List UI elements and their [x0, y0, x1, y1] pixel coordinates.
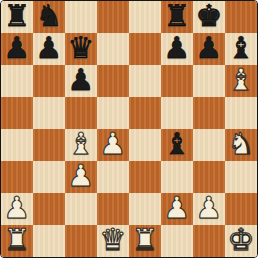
square-c7[interactable]: ♛	[65, 33, 97, 65]
square-f6[interactable]	[161, 65, 193, 97]
chess-board-frame: ♜♞♜♚♟♟♛♟♟♝♟♝♝♟♝♞♟♟♟♟♜♛♜♚	[0, 0, 258, 258]
square-d1[interactable]: ♛	[97, 225, 129, 257]
white-king[interactable]: ♚	[225, 225, 257, 257]
white-knight[interactable]: ♞	[225, 129, 257, 161]
square-b5[interactable]	[33, 97, 65, 129]
square-f7[interactable]: ♟	[161, 33, 193, 65]
square-b6[interactable]	[33, 65, 65, 97]
square-b1[interactable]	[33, 225, 65, 257]
square-h3[interactable]	[225, 161, 257, 193]
square-b8[interactable]: ♞	[33, 1, 65, 33]
square-c3[interactable]: ♟	[65, 161, 97, 193]
white-rook[interactable]: ♜	[1, 225, 33, 257]
square-g2[interactable]: ♟	[193, 193, 225, 225]
square-d2[interactable]	[97, 193, 129, 225]
square-g6[interactable]	[193, 65, 225, 97]
white-pawn[interactable]: ♟	[193, 193, 225, 225]
white-pawn[interactable]: ♟	[161, 193, 193, 225]
black-rook[interactable]: ♜	[1, 1, 33, 33]
square-b3[interactable]	[33, 161, 65, 193]
white-bishop[interactable]: ♝	[225, 65, 257, 97]
black-knight[interactable]: ♞	[33, 1, 65, 33]
square-a3[interactable]	[1, 161, 33, 193]
square-g7[interactable]: ♟	[193, 33, 225, 65]
square-c6[interactable]: ♟	[65, 65, 97, 97]
square-f2[interactable]: ♟	[161, 193, 193, 225]
square-b4[interactable]	[33, 129, 65, 161]
black-pawn[interactable]: ♟	[1, 33, 33, 65]
square-g1[interactable]	[193, 225, 225, 257]
white-pawn[interactable]: ♟	[65, 161, 97, 193]
black-pawn[interactable]: ♟	[193, 33, 225, 65]
square-f3[interactable]	[161, 161, 193, 193]
square-f4[interactable]: ♝	[161, 129, 193, 161]
black-queen[interactable]: ♛	[65, 33, 97, 65]
black-bishop[interactable]: ♝	[225, 33, 257, 65]
square-d8[interactable]	[97, 1, 129, 33]
square-g3[interactable]	[193, 161, 225, 193]
white-queen[interactable]: ♛	[97, 225, 129, 257]
chess-board: ♜♞♜♚♟♟♛♟♟♝♟♝♝♟♝♞♟♟♟♟♜♛♜♚	[1, 1, 257, 257]
square-c8[interactable]	[65, 1, 97, 33]
square-c1[interactable]	[65, 225, 97, 257]
square-h6[interactable]: ♝	[225, 65, 257, 97]
square-h4[interactable]: ♞	[225, 129, 257, 161]
square-c4[interactable]: ♝	[65, 129, 97, 161]
square-h2[interactable]	[225, 193, 257, 225]
square-d5[interactable]	[97, 97, 129, 129]
black-pawn[interactable]: ♟	[161, 33, 193, 65]
square-e4[interactable]	[129, 129, 161, 161]
white-bishop[interactable]: ♝	[65, 129, 97, 161]
square-h7[interactable]: ♝	[225, 33, 257, 65]
square-a4[interactable]	[1, 129, 33, 161]
black-pawn[interactable]: ♟	[65, 65, 97, 97]
square-e1[interactable]: ♜	[129, 225, 161, 257]
square-e8[interactable]	[129, 1, 161, 33]
square-b2[interactable]	[33, 193, 65, 225]
square-e7[interactable]	[129, 33, 161, 65]
black-pawn[interactable]: ♟	[33, 33, 65, 65]
square-c5[interactable]	[65, 97, 97, 129]
square-h8[interactable]	[225, 1, 257, 33]
square-e6[interactable]	[129, 65, 161, 97]
square-g5[interactable]	[193, 97, 225, 129]
square-a2[interactable]: ♟	[1, 193, 33, 225]
square-d7[interactable]	[97, 33, 129, 65]
square-a5[interactable]	[1, 97, 33, 129]
white-pawn[interactable]: ♟	[97, 129, 129, 161]
square-h5[interactable]	[225, 97, 257, 129]
square-d3[interactable]	[97, 161, 129, 193]
square-e5[interactable]	[129, 97, 161, 129]
square-g4[interactable]	[193, 129, 225, 161]
square-a8[interactable]: ♜	[1, 1, 33, 33]
square-d4[interactable]: ♟	[97, 129, 129, 161]
square-f5[interactable]	[161, 97, 193, 129]
square-b7[interactable]: ♟	[33, 33, 65, 65]
black-rook[interactable]: ♜	[161, 1, 193, 33]
white-rook[interactable]: ♜	[129, 225, 161, 257]
square-a7[interactable]: ♟	[1, 33, 33, 65]
square-e2[interactable]	[129, 193, 161, 225]
square-h1[interactable]: ♚	[225, 225, 257, 257]
white-pawn[interactable]: ♟	[1, 193, 33, 225]
square-f1[interactable]	[161, 225, 193, 257]
square-e3[interactable]	[129, 161, 161, 193]
square-a6[interactable]	[1, 65, 33, 97]
square-a1[interactable]: ♜	[1, 225, 33, 257]
square-f8[interactable]: ♜	[161, 1, 193, 33]
black-bishop[interactable]: ♝	[161, 129, 193, 161]
black-king[interactable]: ♚	[193, 1, 225, 33]
square-g8[interactable]: ♚	[193, 1, 225, 33]
square-d6[interactable]	[97, 65, 129, 97]
square-c2[interactable]	[65, 193, 97, 225]
